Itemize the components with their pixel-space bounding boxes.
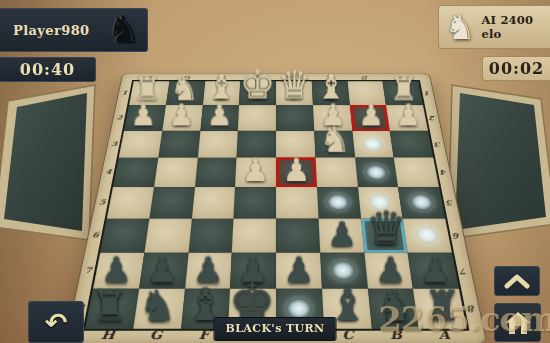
piece-black-rook-a8[interactable]: ♜	[419, 287, 467, 326]
square-c6[interactable]: ♟	[318, 218, 364, 252]
square-a6[interactable]	[403, 218, 452, 252]
square-d6[interactable]	[276, 218, 320, 252]
square-e2[interactable]	[238, 105, 276, 130]
square-f3[interactable]	[197, 131, 238, 158]
piece-white-pawn-e4[interactable]: ♟	[235, 156, 276, 184]
square-e4[interactable]: ♟	[235, 158, 276, 187]
piece-white-king-e1[interactable]: ♚	[239, 67, 276, 103]
move-dot-a6[interactable]	[414, 226, 440, 244]
square-h5[interactable]	[107, 187, 154, 218]
white-player-name: AI 2400 elo	[481, 13, 550, 41]
square-b8[interactable]: ♞	[367, 289, 419, 329]
turn-indicator-badge: BLACK's TURN	[213, 317, 336, 341]
chevron-up-icon	[504, 273, 530, 289]
piece-black-pawn-c6[interactable]: ♟	[320, 219, 364, 250]
square-h2[interactable]: ♟	[124, 105, 166, 130]
black-knight-icon: ♞	[107, 9, 140, 51]
piece-white-pawn-h2[interactable]: ♟	[124, 102, 162, 129]
square-f4[interactable]	[195, 158, 237, 187]
file-label-top-B: B	[346, 75, 382, 81]
piece-white-knight-c3[interactable]: ♞	[315, 124, 354, 156]
square-g8[interactable]: ♞	[133, 289, 185, 329]
square-g3[interactable]	[158, 131, 200, 158]
square-c5[interactable]	[317, 187, 361, 218]
piece-black-pawn-g7[interactable]: ♟	[139, 254, 185, 286]
black-player-name: Player980	[0, 23, 90, 38]
game-screen: ♜♞♝♚♛♝♜♟♟♟♟♟♟♞♟♟♟♛♟♟♟♟♟♟♟♜♞♝♚♝♞♜ 1122334…	[0, 0, 550, 343]
square-c4[interactable]	[315, 158, 357, 187]
piece-black-knight-b8[interactable]: ♞	[371, 287, 419, 326]
piece-black-pawn-a7[interactable]: ♟	[413, 254, 459, 286]
player-panel-white: ♞ AI 2400 elo	[438, 5, 550, 49]
piece-white-pawn-b2[interactable]: ♟	[352, 102, 390, 129]
square-f5[interactable]	[191, 187, 235, 218]
square-a3[interactable]	[390, 131, 433, 158]
square-a8[interactable]: ♜	[413, 289, 467, 329]
white-knight-icon: ♞	[445, 6, 475, 48]
captured-tray-right	[448, 85, 550, 239]
square-g6[interactable]	[144, 218, 191, 252]
home-icon	[504, 311, 532, 335]
captured-tray-left	[0, 85, 95, 240]
square-a2[interactable]: ♟	[386, 105, 428, 130]
file-label-bottom-G: G	[131, 330, 180, 341]
square-h8[interactable]: ♜	[85, 289, 139, 329]
file-label-bottom-H: H	[83, 330, 133, 341]
square-h6[interactable]	[100, 218, 149, 252]
file-label-bottom-A: A	[419, 330, 469, 341]
square-e5[interactable]	[234, 187, 276, 218]
piece-white-pawn-g2[interactable]: ♟	[162, 102, 200, 129]
square-h3[interactable]	[119, 131, 162, 158]
square-h4[interactable]	[113, 158, 158, 187]
board-frame: ♜♞♝♚♛♝♜♟♟♟♟♟♟♞♟♟♟♛♟♟♟♟♟♟♟♜♞♝♚♝♞♜ 1122334…	[64, 73, 487, 343]
square-d2[interactable]	[276, 105, 314, 130]
piece-black-pawn-h7[interactable]: ♟	[94, 254, 140, 286]
piece-black-pawn-b7[interactable]: ♟	[367, 254, 413, 286]
piece-white-pawn-a2[interactable]: ♟	[390, 102, 428, 129]
white-clock: 00:02	[482, 56, 550, 81]
piece-black-queen-b6[interactable]: ♛	[364, 208, 408, 250]
piece-black-knight-g8[interactable]: ♞	[133, 287, 181, 326]
square-g4[interactable]	[154, 158, 198, 187]
black-clock: 00:40	[0, 57, 96, 82]
square-a4[interactable]	[394, 158, 439, 187]
square-b6[interactable]: ♛	[361, 218, 408, 252]
move-dot-c7[interactable]	[331, 260, 357, 280]
square-e6[interactable]	[232, 218, 276, 252]
board-grid: ♜♞♝♚♛♝♜♟♟♟♟♟♟♞♟♟♟♛♟♟♟♟♟♟♟♜♞♝♚♝♞♜	[83, 80, 470, 331]
square-g2[interactable]: ♟	[162, 105, 202, 130]
move-dot-b3[interactable]	[361, 137, 384, 152]
square-c3[interactable]: ♞	[314, 131, 355, 158]
piece-black-pawn-d7[interactable]: ♟	[276, 254, 322, 286]
piece-white-pawn-d4[interactable]: ♟	[276, 156, 317, 184]
camera-up-button[interactable]	[494, 266, 540, 296]
square-e1[interactable]: ♚	[239, 81, 276, 105]
square-d4[interactable]: ♟	[276, 158, 317, 187]
square-b2[interactable]: ♟	[349, 105, 389, 130]
square-d1[interactable]: ♛	[276, 81, 313, 105]
move-dot-b4[interactable]	[364, 164, 388, 180]
piece-black-rook-h8[interactable]: ♜	[86, 287, 134, 326]
move-dot-a5[interactable]	[409, 194, 434, 211]
undo-arrow-icon: ↶	[45, 309, 68, 336]
square-b4[interactable]	[355, 158, 399, 187]
square-d5[interactable]	[276, 187, 318, 218]
square-f2[interactable]: ♟	[200, 105, 239, 130]
square-d7[interactable]: ♟	[276, 252, 322, 289]
square-b3[interactable]	[352, 131, 394, 158]
move-dot-c5[interactable]	[327, 194, 351, 211]
square-g5[interactable]	[149, 187, 194, 218]
undo-button[interactable]: ↶	[28, 301, 84, 343]
square-f6[interactable]	[188, 218, 234, 252]
home-button[interactable]	[494, 303, 541, 342]
player-panel-black: Player980 ♞	[0, 8, 148, 52]
piece-white-pawn-f2[interactable]: ♟	[200, 102, 238, 129]
file-label-bottom-B: B	[371, 330, 420, 341]
piece-white-queen-d1[interactable]: ♛	[276, 69, 313, 104]
